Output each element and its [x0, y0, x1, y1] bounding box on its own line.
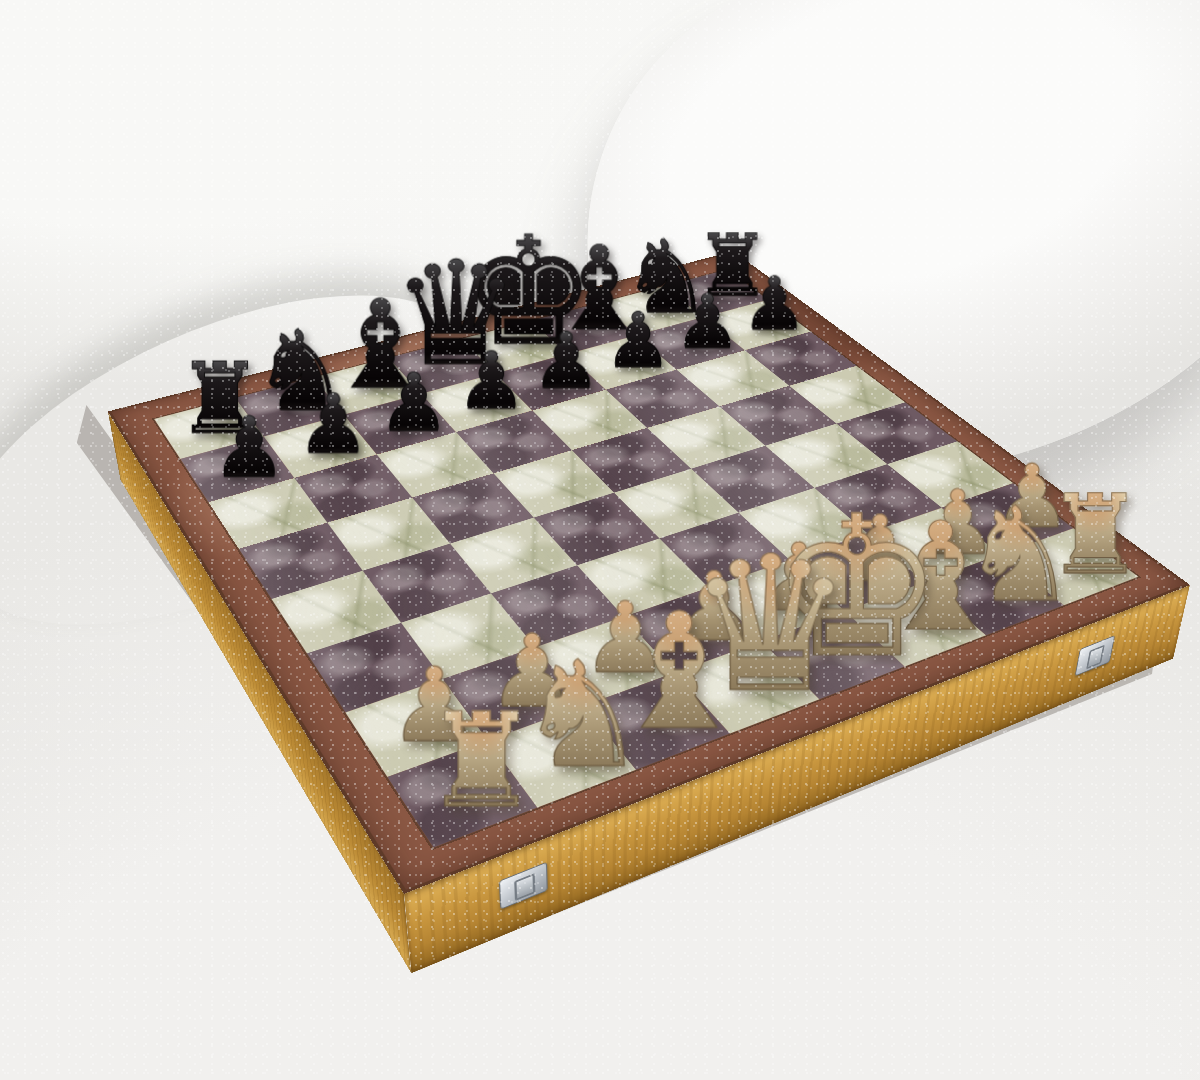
piece-black-pawn-f7[interactable]: ♟ — [604, 307, 672, 377]
box-latch-left — [499, 862, 548, 910]
box-latch-right — [1075, 635, 1115, 676]
photo-scene: ♜♞♝♛♚♝♞♜♟♟♟♟♟♟♟♟♟♟♟♟♟♟♟♟♜♞♝♛♚♝♞♜ — [0, 0, 1200, 1080]
square-a1[interactable]: ♜ — [387, 741, 537, 848]
piece-black-pawn-e7[interactable]: ♟ — [531, 326, 600, 397]
piece-black-pawn-h7[interactable]: ♟ — [741, 271, 807, 338]
piece-white-rook-a1[interactable]: ♜ — [423, 701, 540, 821]
piece-black-pawn-b7[interactable]: ♟ — [296, 387, 369, 462]
piece-black-pawn-d7[interactable]: ♟ — [456, 345, 527, 417]
piece-black-pawn-c7[interactable]: ♟ — [378, 366, 450, 440]
piece-black-pawn-a7[interactable]: ♟ — [212, 409, 287, 486]
piece-black-pawn-g7[interactable]: ♟ — [674, 288, 741, 357]
